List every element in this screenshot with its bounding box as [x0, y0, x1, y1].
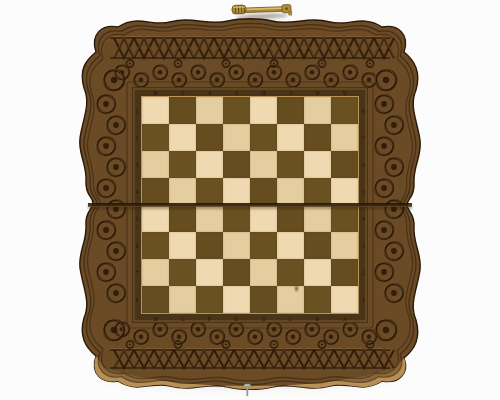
square-d6[interactable]	[250, 151, 277, 178]
square-b1[interactable]	[304, 286, 331, 313]
square-f8[interactable]	[196, 97, 223, 124]
square-a6[interactable]	[331, 151, 358, 178]
square-e3[interactable]	[223, 232, 250, 259]
coordinate-label: B	[315, 90, 319, 96]
square-c4[interactable]	[277, 205, 304, 232]
square-e4[interactable]	[223, 205, 250, 232]
coordinate-label: G	[180, 316, 184, 322]
coordinate-label: 6	[136, 243, 139, 249]
square-h1[interactable]	[142, 286, 169, 313]
brass-latch-icon	[232, 3, 292, 20]
coordinate-label: 6	[362, 162, 365, 168]
square-d1[interactable]	[250, 286, 277, 313]
square-c8[interactable]	[277, 97, 304, 124]
square-g4[interactable]	[169, 205, 196, 232]
square-f5[interactable]	[196, 178, 223, 205]
square-f4[interactable]	[196, 205, 223, 232]
square-c2[interactable]	[277, 259, 304, 286]
wood-blemish	[294, 285, 299, 292]
square-e5[interactable]	[223, 178, 250, 205]
coordinate-label: D	[261, 316, 265, 322]
metal-pin-icon	[244, 384, 251, 396]
coordinate-label: C	[288, 90, 292, 96]
square-d8[interactable]	[250, 97, 277, 124]
square-b6[interactable]	[304, 151, 331, 178]
coordinate-label: B	[316, 316, 320, 322]
square-a3[interactable]	[331, 232, 358, 259]
square-d2[interactable]	[250, 259, 277, 286]
square-a5[interactable]	[331, 178, 358, 205]
square-e1[interactable]	[223, 286, 250, 313]
coordinate-label: 8	[362, 108, 365, 114]
square-d3[interactable]	[250, 232, 277, 259]
square-b3[interactable]	[304, 232, 331, 259]
coordinate-label: 2	[136, 135, 139, 141]
square-h7[interactable]	[142, 124, 169, 151]
coordinate-label: 7	[136, 270, 139, 276]
coordinate-label: 5	[362, 189, 365, 195]
square-a7[interactable]	[331, 124, 358, 151]
square-g7[interactable]	[169, 124, 196, 151]
square-e7[interactable]	[223, 124, 250, 151]
square-h4[interactable]	[142, 205, 169, 232]
square-h2[interactable]	[142, 259, 169, 286]
square-b4[interactable]	[304, 205, 331, 232]
square-f1[interactable]	[196, 286, 223, 313]
square-g1[interactable]	[169, 286, 196, 313]
coordinate-label: E	[235, 316, 239, 322]
square-c6[interactable]	[277, 151, 304, 178]
fold-seam	[88, 203, 412, 207]
coordinate-label: 1	[362, 297, 365, 303]
square-f2[interactable]	[196, 259, 223, 286]
square-c3[interactable]	[277, 232, 304, 259]
coordinate-label: 4	[362, 216, 365, 222]
square-d7[interactable]	[250, 124, 277, 151]
square-g5[interactable]	[169, 178, 196, 205]
square-e6[interactable]	[223, 151, 250, 178]
square-c1[interactable]	[277, 286, 304, 313]
coordinate-label: 1	[136, 108, 139, 114]
square-d4[interactable]	[250, 205, 277, 232]
coordinate-label: 5	[136, 216, 139, 222]
coordinate-label: G	[180, 90, 184, 96]
product-photo: HHGGFFEEDDCCBBAA1827364554637281	[0, 0, 500, 400]
square-a4[interactable]	[331, 205, 358, 232]
square-g6[interactable]	[169, 151, 196, 178]
square-e8[interactable]	[223, 97, 250, 124]
coordinate-label: E	[234, 90, 238, 96]
square-b5[interactable]	[304, 178, 331, 205]
coordinate-label: 3	[362, 243, 365, 249]
square-h8[interactable]	[142, 97, 169, 124]
square-c5[interactable]	[277, 178, 304, 205]
coordinate-label: D	[261, 90, 265, 96]
square-b7[interactable]	[304, 124, 331, 151]
square-f6[interactable]	[196, 151, 223, 178]
square-b2[interactable]	[304, 259, 331, 286]
square-a8[interactable]	[331, 97, 358, 124]
coordinate-label: 7	[362, 135, 365, 141]
square-g3[interactable]	[169, 232, 196, 259]
coordinate-label: 4	[136, 189, 139, 195]
square-h3[interactable]	[142, 232, 169, 259]
square-g8[interactable]	[169, 97, 196, 124]
square-f3[interactable]	[196, 232, 223, 259]
square-f7[interactable]	[196, 124, 223, 151]
square-h5[interactable]	[142, 178, 169, 205]
square-d5[interactable]	[250, 178, 277, 205]
square-e2[interactable]	[223, 259, 250, 286]
coordinate-label: C	[289, 316, 293, 322]
coordinate-label: 2	[362, 270, 365, 276]
square-h6[interactable]	[142, 151, 169, 178]
coordinate-label: 3	[136, 162, 139, 168]
coordinate-label: 8	[136, 297, 139, 303]
square-c7[interactable]	[277, 124, 304, 151]
square-g2[interactable]	[169, 259, 196, 286]
square-a1[interactable]	[331, 286, 358, 313]
square-a2[interactable]	[331, 259, 358, 286]
square-b8[interactable]	[304, 97, 331, 124]
